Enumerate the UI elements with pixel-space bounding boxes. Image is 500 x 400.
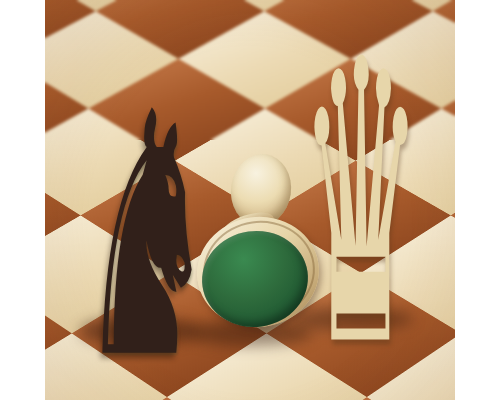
- queen-icon: ♛: [299, 11, 423, 400]
- white-margin-right: [455, 0, 500, 400]
- white-margin-left: [0, 0, 45, 400]
- chess-photo-scene: ♞ ♛: [0, 0, 500, 400]
- photo-area: ♞ ♛: [45, 0, 455, 400]
- knight-icon: ♞: [77, 69, 217, 400]
